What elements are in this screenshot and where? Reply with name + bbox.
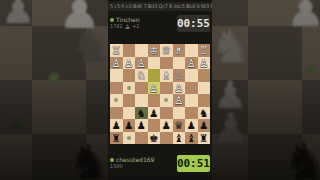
- spacer: [108, 35, 212, 44]
- piece-black-pawn[interactable]: ♟: [110, 119, 123, 132]
- piece-black-bishop[interactable]: ♝: [173, 132, 186, 145]
- square-b4[interactable]: [185, 82, 198, 95]
- piece-black-pawn[interactable]: ♟: [198, 119, 211, 132]
- piece-white-pawn[interactable]: ♙: [173, 82, 186, 95]
- piece-black-pawn[interactable]: ♟: [185, 119, 198, 132]
- piece-black-bishop[interactable]: ♝: [185, 132, 198, 145]
- square-g7[interactable]: ♟: [123, 119, 136, 132]
- square-e5[interactable]: [148, 94, 161, 107]
- piece-white-queen[interactable]: ♕: [160, 44, 173, 57]
- piece-white-pawn[interactable]: ♙: [148, 82, 161, 95]
- square-f2[interactable]: ♙: [135, 57, 148, 70]
- spacer: [108, 175, 212, 180]
- square-g2[interactable]: ♙: [123, 57, 136, 70]
- square-f7[interactable]: ♟: [135, 119, 148, 132]
- piece-black-pawn[interactable]: ♟: [160, 119, 173, 132]
- piece-white-pawn[interactable]: ♙: [185, 57, 198, 70]
- square-d4[interactable]: [160, 82, 173, 95]
- square-d2[interactable]: [160, 57, 173, 70]
- square-e6[interactable]: ♟: [148, 107, 161, 120]
- player-bar: chessted169 1580 00:51: [108, 151, 212, 175]
- square-f1[interactable]: [135, 44, 148, 57]
- opponent-info: Tinchen 1782 ♙ +1: [110, 17, 140, 29]
- piece-black-knight[interactable]: ♞: [198, 107, 211, 120]
- square-c1[interactable]: ♗: [173, 44, 186, 57]
- square-d7[interactable]: ♟: [160, 119, 173, 132]
- square-c4[interactable]: ♙: [173, 82, 186, 95]
- square-f6[interactable]: ♞: [135, 107, 148, 120]
- square-b3[interactable]: [185, 69, 198, 82]
- square-c7[interactable]: ♛: [173, 119, 186, 132]
- square-a4[interactable]: [198, 82, 211, 95]
- square-h1[interactable]: ♖: [110, 44, 123, 57]
- square-b7[interactable]: ♟: [185, 119, 198, 132]
- piece-black-queen[interactable]: ♛: [173, 119, 186, 132]
- square-g3[interactable]: [123, 69, 136, 82]
- piece-black-rook[interactable]: ♜: [198, 132, 211, 145]
- square-c8[interactable]: ♝: [173, 132, 186, 145]
- square-h5[interactable]: [110, 94, 123, 107]
- legal-move-dot[interactable]: [127, 136, 131, 140]
- opponent-rating: 1782: [110, 24, 123, 29]
- square-e2[interactable]: [148, 57, 161, 70]
- player-rating: 1580: [110, 164, 123, 169]
- video-frame: ♟♟♞●●♞♟♞●♟♟♞ 5 c5 6 e3 Bd6 7 Bd3 Qc7 8 d…: [0, 0, 320, 180]
- square-a6[interactable]: ♞: [198, 107, 211, 120]
- piece-black-pawn[interactable]: ♟: [123, 119, 136, 132]
- piece-white-pawn[interactable]: ♙: [198, 57, 211, 70]
- square-f8[interactable]: [135, 132, 148, 145]
- piece-white-bishop[interactable]: ♗: [160, 69, 173, 82]
- move-list-bar[interactable]: 5 c5 6 e3 Bd6 7 Bd3 Qc7 8 dxc5 Bb8 9 Nf3…: [108, 2, 212, 11]
- square-e1[interactable]: ♔: [148, 44, 161, 57]
- square-g6[interactable]: [123, 107, 136, 120]
- square-h2[interactable]: ♙: [110, 57, 123, 70]
- square-b2[interactable]: ♙: [185, 57, 198, 70]
- square-d6[interactable]: [160, 107, 173, 120]
- square-g4[interactable]: [123, 82, 136, 95]
- online-indicator-icon: [110, 158, 114, 162]
- piece-white-king[interactable]: ♔: [148, 44, 161, 57]
- square-b6[interactable]: [185, 107, 198, 120]
- square-e4[interactable]: ♙: [148, 82, 161, 95]
- opponent-clock: 00:55: [177, 15, 210, 32]
- player-info: chessted169 1580: [110, 157, 154, 169]
- chess-app-screen: 5 c5 6 e3 Bd6 7 Bd3 Qc7 8 dxc5 Bb8 9 Nf3…: [108, 0, 212, 180]
- square-c6[interactable]: [173, 107, 186, 120]
- square-b1[interactable]: [185, 44, 198, 57]
- square-e8[interactable]: ♚: [148, 132, 161, 145]
- square-g5[interactable]: [123, 94, 136, 107]
- square-a8[interactable]: ♜: [198, 132, 211, 145]
- square-e7[interactable]: [148, 119, 161, 132]
- opponent-player-bar: Tinchen 1782 ♙ +1 00:55: [108, 11, 212, 35]
- square-g1[interactable]: [123, 44, 136, 57]
- square-c5[interactable]: ♙: [173, 94, 186, 107]
- piece-white-pawn[interactable]: ♙: [110, 57, 123, 70]
- piece-white-knight[interactable]: ♘: [173, 69, 186, 82]
- square-h4[interactable]: [110, 82, 123, 95]
- square-d3[interactable]: ♗: [160, 69, 173, 82]
- square-c3[interactable]: ♘: [173, 69, 186, 82]
- square-a3[interactable]: [198, 69, 211, 82]
- legal-move-dot[interactable]: [114, 98, 118, 102]
- online-indicator-icon: [110, 18, 114, 22]
- player-clock: 00:51: [177, 155, 210, 172]
- square-f5[interactable]: [135, 94, 148, 107]
- square-a7[interactable]: ♟: [198, 119, 211, 132]
- piece-white-rook[interactable]: ♖: [110, 44, 123, 57]
- chess-board: ♖♔♕♗♖♙♙♙♙♙♘♗♘♙♙♙♞♟♞♟♟♟♟♛♟♟♜♚♝♝♜: [110, 44, 210, 144]
- square-d8[interactable]: [160, 132, 173, 145]
- piece-black-pawn[interactable]: ♟: [148, 107, 161, 120]
- piece-white-bishop[interactable]: ♗: [173, 44, 186, 57]
- square-a2[interactable]: ♙: [198, 57, 211, 70]
- square-h7[interactable]: ♟: [110, 119, 123, 132]
- square-d1[interactable]: ♕: [160, 44, 173, 57]
- piece-black-pawn[interactable]: ♟: [135, 119, 148, 132]
- piece-white-knight[interactable]: ♘: [135, 69, 148, 82]
- square-h3[interactable]: [110, 69, 123, 82]
- square-b5[interactable]: [185, 94, 198, 107]
- piece-white-rook[interactable]: ♖: [198, 44, 211, 57]
- piece-black-rook[interactable]: ♜: [110, 132, 123, 145]
- legal-move-dot[interactable]: [127, 86, 131, 90]
- piece-white-pawn[interactable]: ♙: [135, 57, 148, 70]
- square-b8[interactable]: ♝: [185, 132, 198, 145]
- square-h8[interactable]: ♜: [110, 132, 123, 145]
- square-d5[interactable]: [160, 94, 173, 107]
- square-g8[interactable]: [123, 132, 136, 145]
- piece-white-pawn[interactable]: ♙: [123, 57, 136, 70]
- spacer: [108, 144, 212, 151]
- square-f4[interactable]: [135, 82, 148, 95]
- piece-white-pawn[interactable]: ♙: [173, 94, 186, 107]
- square-a1[interactable]: ♖: [198, 44, 211, 57]
- legal-move-dot[interactable]: [164, 98, 168, 102]
- square-f3[interactable]: ♘: [135, 69, 148, 82]
- piece-black-king[interactable]: ♚: [148, 132, 161, 145]
- captured-pawn-icon: ♙: [125, 24, 130, 29]
- square-h6[interactable]: [110, 107, 123, 120]
- square-c2[interactable]: [173, 57, 186, 70]
- square-e3[interactable]: [148, 69, 161, 82]
- piece-black-knight[interactable]: ♞: [135, 107, 148, 120]
- material-advantage: +1: [132, 24, 139, 29]
- square-a5[interactable]: [198, 94, 211, 107]
